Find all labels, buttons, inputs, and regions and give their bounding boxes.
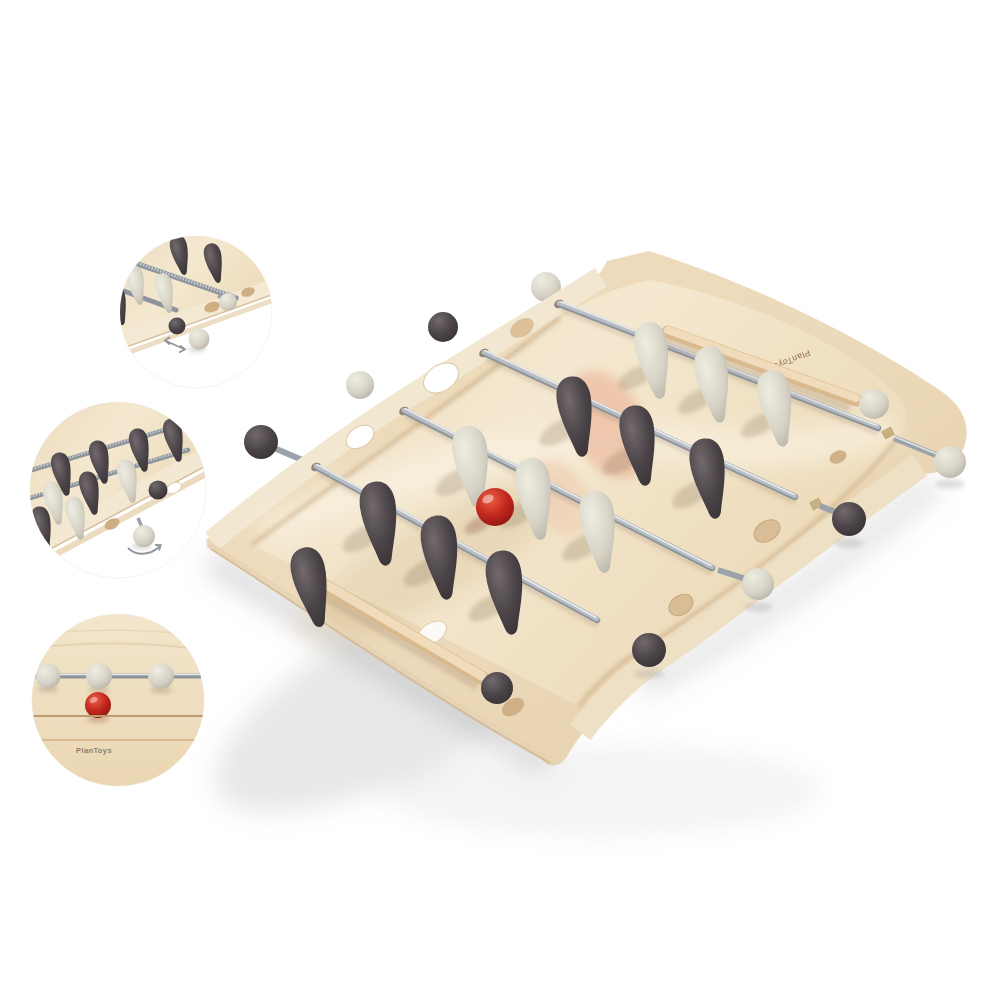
game-ball-red	[476, 488, 514, 526]
inset3-score-bead	[86, 663, 112, 689]
inset3-score-bead	[148, 663, 174, 689]
rod3-right-knob-white	[742, 568, 774, 600]
inset3-red-ball	[85, 692, 111, 718]
rod2-right-knob-black	[832, 502, 866, 536]
inset3-wood	[32, 614, 204, 786]
handle-end-black-cap	[481, 672, 513, 704]
inset1-black-peg	[87, 254, 112, 297]
inset2-black-knob	[149, 481, 168, 500]
foosball-product-illustration: PlanToys	[0, 0, 1000, 1000]
inset1-black-knob	[169, 318, 186, 335]
inset1-white-knob	[219, 293, 237, 311]
inset3-score-bead	[36, 664, 61, 689]
product-photo: PlanToys	[0, 0, 1000, 1000]
inset-goal-detail: PlanToys	[32, 614, 204, 786]
handle-end-white-ball	[859, 389, 889, 419]
inset-brand-logo-text: PlanToys	[76, 746, 112, 755]
inset-slide-detail	[87, 234, 274, 388]
rod2-left-knob-black	[428, 312, 458, 342]
inset2-white-ball-knob	[133, 525, 155, 547]
inset1-white-ball	[189, 329, 210, 350]
rod4-left-knob-black	[244, 425, 278, 459]
rod3-left-knob-white	[346, 371, 374, 399]
rod4-right-knob-black	[632, 633, 666, 667]
inset-rotate-detail	[29, 402, 206, 578]
rod1-right-knob-white	[934, 446, 966, 478]
